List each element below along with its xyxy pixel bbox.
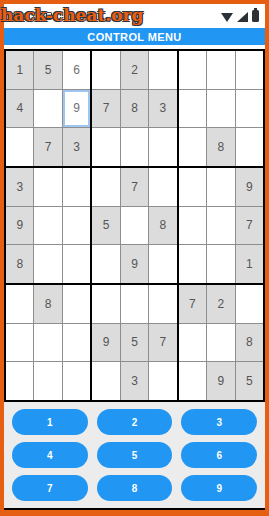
sudoku-cell-r5c9[interactable]: 7 bbox=[236, 207, 263, 245]
sudoku-cell-r8c8[interactable] bbox=[207, 324, 234, 362]
sudoku-cell-r4c8[interactable] bbox=[207, 168, 234, 206]
sudoku-box: 1564973 bbox=[6, 51, 90, 166]
sudoku-cell-r7c8[interactable]: 2 bbox=[207, 285, 234, 323]
sudoku-cell-r6c3[interactable] bbox=[63, 245, 90, 283]
sudoku-cell-r3c8[interactable]: 8 bbox=[207, 128, 234, 166]
sudoku-box: 398 bbox=[6, 168, 90, 283]
sudoku-cell-r6c9[interactable]: 1 bbox=[236, 245, 263, 283]
sudoku-cell-r5c1[interactable]: 9 bbox=[6, 207, 33, 245]
sudoku-cell-r8c3[interactable] bbox=[63, 324, 90, 362]
sudoku-cell-r7c2[interactable]: 8 bbox=[34, 285, 61, 323]
sudoku-cell-r9c1[interactable] bbox=[6, 362, 33, 400]
number-button-7[interactable]: 7 bbox=[12, 475, 88, 501]
sudoku-cell-r7c4[interactable] bbox=[92, 285, 119, 323]
number-pad: 123456789 bbox=[4, 402, 265, 508]
sudoku-cell-r6c5[interactable]: 9 bbox=[121, 245, 148, 283]
number-button-5[interactable]: 5 bbox=[97, 442, 173, 468]
app-window: 3:56 CONTROL MENU 1564973278383987589971… bbox=[4, 4, 265, 510]
sudoku-cell-r9c4[interactable] bbox=[92, 362, 119, 400]
sudoku-cell-r4c5[interactable]: 7 bbox=[121, 168, 148, 206]
number-button-4[interactable]: 4 bbox=[12, 442, 88, 468]
sudoku-cell-r2c3[interactable]: 9 bbox=[63, 90, 90, 128]
sudoku-box: 7589 bbox=[92, 168, 176, 283]
status-right-group bbox=[221, 10, 259, 22]
sudoku-cell-r9c9[interactable]: 5 bbox=[236, 362, 263, 400]
sudoku-cell-r2c9[interactable] bbox=[236, 90, 263, 128]
sudoku-box: 72895 bbox=[179, 285, 263, 400]
sudoku-cell-r4c7[interactable] bbox=[179, 168, 206, 206]
control-menu-button[interactable]: CONTROL MENU bbox=[4, 28, 265, 45]
sudoku-cell-r4c4[interactable] bbox=[92, 168, 119, 206]
sudoku-cell-r7c1[interactable] bbox=[6, 285, 33, 323]
number-button-2[interactable]: 2 bbox=[97, 409, 173, 435]
sudoku-cell-r3c7[interactable] bbox=[179, 128, 206, 166]
sudoku-cell-r8c4[interactable]: 9 bbox=[92, 324, 119, 362]
sudoku-cell-r5c8[interactable] bbox=[207, 207, 234, 245]
sudoku-cell-r3c6[interactable] bbox=[149, 128, 176, 166]
number-button-8[interactable]: 8 bbox=[97, 475, 173, 501]
sudoku-cell-r6c4[interactable] bbox=[92, 245, 119, 283]
sudoku-cell-r6c6[interactable] bbox=[149, 245, 176, 283]
sudoku-cell-r3c9[interactable] bbox=[236, 128, 263, 166]
watermark-text: hack-cheat.org bbox=[1, 5, 143, 25]
sudoku-box: 9573 bbox=[92, 285, 176, 400]
sudoku-box: 8 bbox=[179, 51, 263, 166]
sudoku-cell-r6c7[interactable] bbox=[179, 245, 206, 283]
sudoku-cell-r9c6[interactable] bbox=[149, 362, 176, 400]
battery-icon bbox=[252, 10, 259, 22]
sudoku-cell-r1c3[interactable]: 6 bbox=[63, 51, 90, 89]
wifi-icon bbox=[221, 13, 233, 22]
sudoku-cell-r8c7[interactable] bbox=[179, 324, 206, 362]
sudoku-cell-r4c3[interactable] bbox=[63, 168, 90, 206]
sudoku-cell-r4c6[interactable] bbox=[149, 168, 176, 206]
sudoku-cell-r5c4[interactable]: 5 bbox=[92, 207, 119, 245]
number-button-1[interactable]: 1 bbox=[12, 409, 88, 435]
sudoku-cell-r2c8[interactable] bbox=[207, 90, 234, 128]
sudoku-cell-r5c2[interactable] bbox=[34, 207, 61, 245]
sudoku-cell-r1c1[interactable]: 1 bbox=[6, 51, 33, 89]
sudoku-cell-r2c5[interactable]: 8 bbox=[121, 90, 148, 128]
sudoku-cell-r1c9[interactable] bbox=[236, 51, 263, 89]
sudoku-cell-r1c2[interactable]: 5 bbox=[34, 51, 61, 89]
sudoku-cell-r1c7[interactable] bbox=[179, 51, 206, 89]
sudoku-box: 2783 bbox=[92, 51, 176, 166]
number-button-6[interactable]: 6 bbox=[181, 442, 257, 468]
sudoku-cell-r9c8[interactable]: 9 bbox=[207, 362, 234, 400]
sudoku-cell-r3c4[interactable] bbox=[92, 128, 119, 166]
sudoku-cell-r7c9[interactable] bbox=[236, 285, 263, 323]
number-button-3[interactable]: 3 bbox=[181, 409, 257, 435]
sudoku-cell-r2c2[interactable] bbox=[34, 90, 61, 128]
sudoku-cell-r4c1[interactable]: 3 bbox=[6, 168, 33, 206]
sudoku-cell-r3c5[interactable] bbox=[121, 128, 148, 166]
sudoku-cell-r7c7[interactable]: 7 bbox=[179, 285, 206, 323]
sudoku-cell-r8c1[interactable] bbox=[6, 324, 33, 362]
sudoku-cell-r8c6[interactable]: 7 bbox=[149, 324, 176, 362]
watermark-frame: hack-cheat.org 3:56 CONTROL MENU 1564973… bbox=[0, 0, 269, 516]
sudoku-cell-r8c9[interactable]: 8 bbox=[236, 324, 263, 362]
number-button-9[interactable]: 9 bbox=[181, 475, 257, 501]
sudoku-cell-r3c1[interactable] bbox=[6, 128, 33, 166]
sudoku-cell-r2c6[interactable]: 3 bbox=[149, 90, 176, 128]
sudoku-cell-r7c3[interactable] bbox=[63, 285, 90, 323]
sudoku-cell-r1c8[interactable] bbox=[207, 51, 234, 89]
sudoku-cell-r1c5[interactable]: 2 bbox=[121, 51, 148, 89]
sudoku-box: 8 bbox=[6, 285, 90, 400]
sudoku-cell-r1c4[interactable] bbox=[92, 51, 119, 89]
sudoku-cell-r5c5[interactable] bbox=[121, 207, 148, 245]
sudoku-cell-r7c5[interactable] bbox=[121, 285, 148, 323]
sudoku-cell-r2c1[interactable]: 4 bbox=[6, 90, 33, 128]
sudoku-cell-r3c2[interactable]: 7 bbox=[34, 128, 61, 166]
sudoku-cell-r9c3[interactable] bbox=[63, 362, 90, 400]
sudoku-cell-r4c9[interactable]: 9 bbox=[236, 168, 263, 206]
sudoku-board: 15649732783839875899718957372895 bbox=[4, 49, 265, 402]
sudoku-cell-r8c2[interactable] bbox=[34, 324, 61, 362]
sudoku-cell-r6c1[interactable]: 8 bbox=[6, 245, 33, 283]
sudoku-cell-r7c6[interactable] bbox=[149, 285, 176, 323]
signal-icon bbox=[237, 12, 248, 22]
sudoku-cell-r6c8[interactable] bbox=[207, 245, 234, 283]
sudoku-cell-r4c2[interactable] bbox=[34, 168, 61, 206]
sudoku-cell-r3c3[interactable]: 3 bbox=[63, 128, 90, 166]
sudoku-cell-r2c7[interactable] bbox=[179, 90, 206, 128]
sudoku-cell-r5c3[interactable] bbox=[63, 207, 90, 245]
sudoku-cell-r1c6[interactable] bbox=[149, 51, 176, 89]
sudoku-cell-r9c5[interactable]: 3 bbox=[121, 362, 148, 400]
sudoku-cell-r2c4[interactable]: 7 bbox=[92, 90, 119, 128]
sudoku-cell-r6c2[interactable] bbox=[34, 245, 61, 283]
sudoku-cell-r9c2[interactable] bbox=[34, 362, 61, 400]
sudoku-box: 971 bbox=[179, 168, 263, 283]
sudoku-cell-r5c7[interactable] bbox=[179, 207, 206, 245]
sudoku-cell-r9c7[interactable] bbox=[179, 362, 206, 400]
sudoku-cell-r5c6[interactable]: 8 bbox=[149, 207, 176, 245]
sudoku-cell-r8c5[interactable]: 5 bbox=[121, 324, 148, 362]
